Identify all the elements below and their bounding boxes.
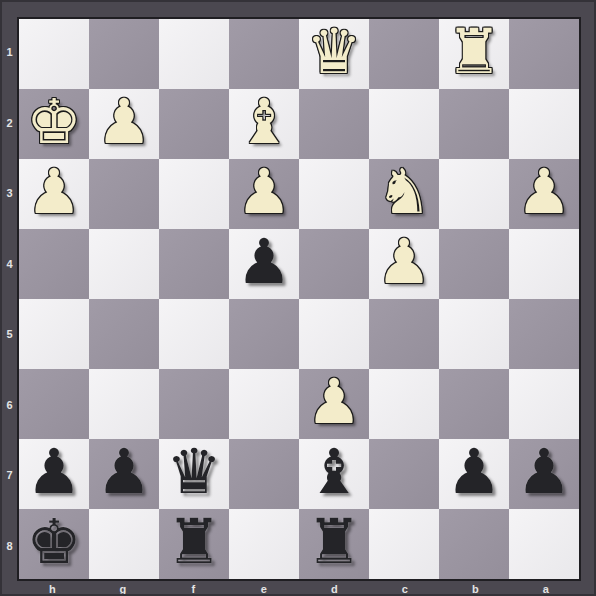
square-b4[interactable] <box>439 229 509 299</box>
square-f5[interactable] <box>159 299 229 369</box>
rank-label-3: 3 <box>2 158 17 229</box>
file-labels: hgfedcba <box>17 581 581 596</box>
square-h4[interactable] <box>19 229 89 299</box>
black-pawn-b7[interactable]: ♟ <box>446 441 502 503</box>
square-d7[interactable]: ♝ <box>299 439 369 509</box>
square-b7[interactable]: ♟ <box>439 439 509 509</box>
square-b1[interactable]: ♜ <box>439 19 509 89</box>
square-c8[interactable] <box>369 509 439 579</box>
square-h2[interactable]: ♚ <box>19 89 89 159</box>
square-d8[interactable]: ♜ <box>299 509 369 579</box>
square-a7[interactable]: ♟ <box>509 439 579 509</box>
square-h8[interactable]: ♚ <box>19 509 89 579</box>
file-label-b: b <box>440 581 511 596</box>
square-c1[interactable] <box>369 19 439 89</box>
file-label-c: c <box>370 581 441 596</box>
white-pawn-a3[interactable]: ♟ <box>516 161 572 223</box>
square-a3[interactable]: ♟ <box>509 159 579 229</box>
square-d3[interactable] <box>299 159 369 229</box>
square-b5[interactable] <box>439 299 509 369</box>
black-bishop-d7[interactable]: ♝ <box>306 441 362 503</box>
black-rook-f8[interactable]: ♜ <box>166 511 222 573</box>
square-f7[interactable]: ♛ <box>159 439 229 509</box>
square-f6[interactable] <box>159 369 229 439</box>
chess-board[interactable]: ♛♜♚♟♝♟♟♞♟♟♟♟♟♟♛♝♟♟♚♜♜ <box>17 17 581 581</box>
square-a2[interactable] <box>509 89 579 159</box>
square-a8[interactable] <box>509 509 579 579</box>
black-rook-d8[interactable]: ♜ <box>306 511 362 573</box>
rank-label-7: 7 <box>2 440 17 511</box>
white-queen-d1[interactable]: ♛ <box>306 21 362 83</box>
white-pawn-e3[interactable]: ♟ <box>236 161 292 223</box>
white-pawn-g2[interactable]: ♟ <box>96 91 152 153</box>
white-pawn-h3[interactable]: ♟ <box>26 161 82 223</box>
square-c2[interactable] <box>369 89 439 159</box>
square-c3[interactable]: ♞ <box>369 159 439 229</box>
rank-label-8: 8 <box>2 511 17 582</box>
square-d2[interactable] <box>299 89 369 159</box>
square-e7[interactable] <box>229 439 299 509</box>
square-e6[interactable] <box>229 369 299 439</box>
square-g3[interactable] <box>89 159 159 229</box>
square-c5[interactable] <box>369 299 439 369</box>
square-f4[interactable] <box>159 229 229 299</box>
black-pawn-h7[interactable]: ♟ <box>26 441 82 503</box>
square-b2[interactable] <box>439 89 509 159</box>
square-h3[interactable]: ♟ <box>19 159 89 229</box>
square-b8[interactable] <box>439 509 509 579</box>
square-f2[interactable] <box>159 89 229 159</box>
square-f3[interactable] <box>159 159 229 229</box>
black-pawn-a7[interactable]: ♟ <box>516 441 572 503</box>
rank-label-2: 2 <box>2 88 17 159</box>
square-e4[interactable]: ♟ <box>229 229 299 299</box>
square-h7[interactable]: ♟ <box>19 439 89 509</box>
square-g5[interactable] <box>89 299 159 369</box>
square-h5[interactable] <box>19 299 89 369</box>
square-c6[interactable] <box>369 369 439 439</box>
file-label-h: h <box>17 581 88 596</box>
square-c4[interactable]: ♟ <box>369 229 439 299</box>
file-label-d: d <box>299 581 370 596</box>
square-d6[interactable]: ♟ <box>299 369 369 439</box>
square-c7[interactable] <box>369 439 439 509</box>
square-g8[interactable] <box>89 509 159 579</box>
square-d5[interactable] <box>299 299 369 369</box>
square-h1[interactable] <box>19 19 89 89</box>
rank-labels: 12345678 <box>2 17 17 581</box>
square-g4[interactable] <box>89 229 159 299</box>
white-knight-c3[interactable]: ♞ <box>376 161 432 223</box>
square-a4[interactable] <box>509 229 579 299</box>
file-label-e: e <box>229 581 300 596</box>
black-king-h8[interactable]: ♚ <box>26 511 82 573</box>
chessboard-frame: 12345678 ♛♜♚♟♝♟♟♞♟♟♟♟♟♟♛♝♟♟♚♜♜ hgfedcba <box>0 0 596 596</box>
white-pawn-d6[interactable]: ♟ <box>306 371 362 433</box>
file-label-g: g <box>88 581 159 596</box>
black-pawn-e4[interactable]: ♟ <box>236 231 292 293</box>
square-a6[interactable] <box>509 369 579 439</box>
square-h6[interactable] <box>19 369 89 439</box>
white-bishop-e2[interactable]: ♝ <box>236 91 292 153</box>
rank-label-6: 6 <box>2 370 17 441</box>
square-f8[interactable]: ♜ <box>159 509 229 579</box>
rank-label-4: 4 <box>2 229 17 300</box>
white-king-h2[interactable]: ♚ <box>26 91 82 153</box>
rank-label-1: 1 <box>2 17 17 88</box>
black-pawn-g7[interactable]: ♟ <box>96 441 152 503</box>
square-f1[interactable] <box>159 19 229 89</box>
black-queen-f7[interactable]: ♛ <box>166 441 222 503</box>
white-rook-b1[interactable]: ♜ <box>446 21 502 83</box>
square-e1[interactable] <box>229 19 299 89</box>
square-e5[interactable] <box>229 299 299 369</box>
square-a5[interactable] <box>509 299 579 369</box>
square-d4[interactable] <box>299 229 369 299</box>
file-label-a: a <box>511 581 582 596</box>
square-e8[interactable] <box>229 509 299 579</box>
square-a1[interactable] <box>509 19 579 89</box>
square-e3[interactable]: ♟ <box>229 159 299 229</box>
square-g1[interactable] <box>89 19 159 89</box>
square-b6[interactable] <box>439 369 509 439</box>
white-pawn-c4[interactable]: ♟ <box>376 231 432 293</box>
file-label-f: f <box>158 581 229 596</box>
square-g2[interactable]: ♟ <box>89 89 159 159</box>
square-b3[interactable] <box>439 159 509 229</box>
square-e2[interactable]: ♝ <box>229 89 299 159</box>
rank-label-5: 5 <box>2 299 17 370</box>
square-g7[interactable]: ♟ <box>89 439 159 509</box>
square-g6[interactable] <box>89 369 159 439</box>
square-d1[interactable]: ♛ <box>299 19 369 89</box>
